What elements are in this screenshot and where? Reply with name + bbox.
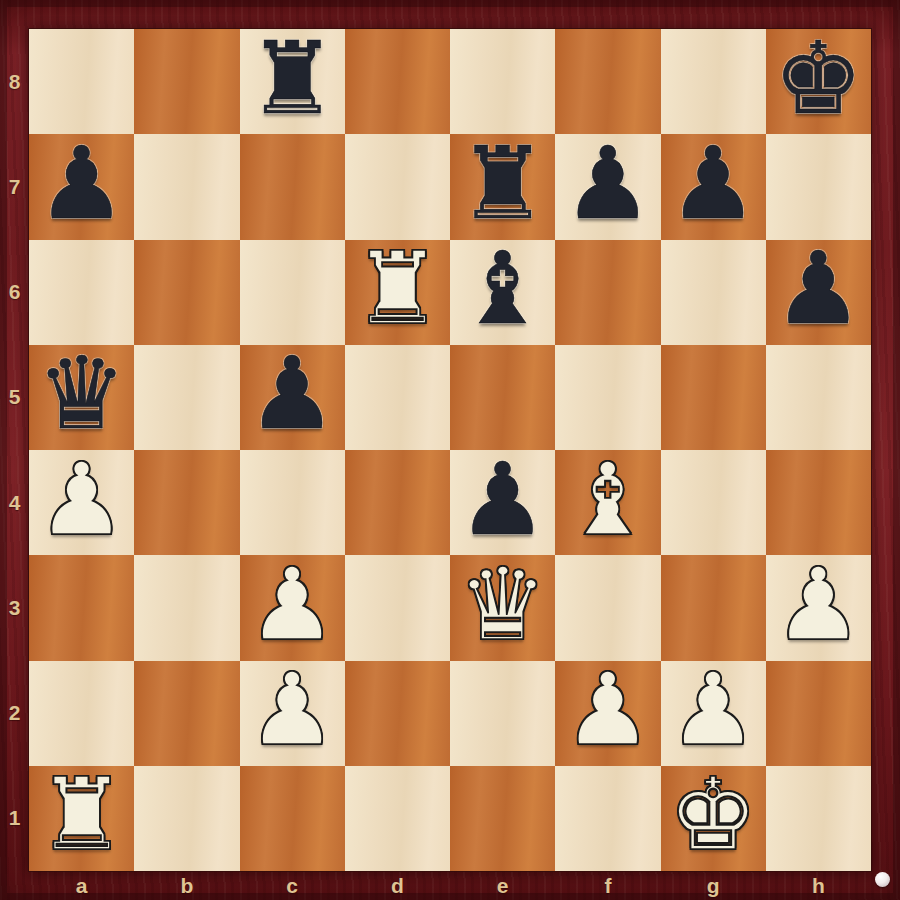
rank-label-6: 6 xyxy=(0,240,29,345)
piece-black-pawn-a7[interactable]: ♟ xyxy=(37,134,127,234)
rank-label-7: 7 xyxy=(0,134,29,239)
square-b7[interactable] xyxy=(134,134,239,239)
square-d8[interactable] xyxy=(345,29,450,134)
square-c8[interactable]: ♜ xyxy=(240,29,345,134)
square-d5[interactable] xyxy=(345,345,450,450)
square-f5[interactable] xyxy=(555,345,660,450)
square-e5[interactable] xyxy=(450,345,555,450)
file-label-b: b xyxy=(134,871,239,900)
piece-white-pawn-c3[interactable]: ♟ xyxy=(247,555,337,655)
piece-black-rook-e7[interactable]: ♜ xyxy=(458,134,548,234)
square-b2[interactable] xyxy=(134,661,239,766)
square-d4[interactable] xyxy=(345,450,450,555)
piece-white-king-g1[interactable]: ♚ xyxy=(668,766,758,866)
square-f8[interactable] xyxy=(555,29,660,134)
square-e8[interactable] xyxy=(450,29,555,134)
square-e6[interactable]: ♝ xyxy=(450,240,555,345)
piece-white-queen-e3[interactable]: ♛ xyxy=(458,555,548,655)
square-c4[interactable] xyxy=(240,450,345,555)
file-label-f: f xyxy=(555,871,660,900)
square-g7[interactable]: ♟ xyxy=(661,134,766,239)
square-d7[interactable] xyxy=(345,134,450,239)
square-b5[interactable] xyxy=(134,345,239,450)
piece-black-pawn-e4[interactable]: ♟ xyxy=(458,450,548,550)
square-a1[interactable]: ♜ xyxy=(29,766,134,871)
square-a5[interactable]: ♛ xyxy=(29,345,134,450)
square-f4[interactable]: ♝ xyxy=(555,450,660,555)
square-c5[interactable]: ♟ xyxy=(240,345,345,450)
file-label-c: c xyxy=(240,871,345,900)
rank-label-2: 2 xyxy=(0,661,29,766)
square-b3[interactable] xyxy=(134,555,239,660)
piece-white-pawn-f2[interactable]: ♟ xyxy=(563,661,653,761)
white-to-move-indicator xyxy=(875,872,890,887)
rank-label-5: 5 xyxy=(0,345,29,450)
piece-black-king-h8[interactable]: ♚ xyxy=(774,29,864,129)
square-a6[interactable] xyxy=(29,240,134,345)
square-g2[interactable]: ♟ xyxy=(661,661,766,766)
square-a8[interactable] xyxy=(29,29,134,134)
square-c7[interactable] xyxy=(240,134,345,239)
chess-board: ♜♚♟♜♟♟♜♝♟♛♟♟♟♝♟♛♟♟♟♟♜♚ xyxy=(29,29,871,871)
file-label-a: a xyxy=(29,871,134,900)
square-f3[interactable] xyxy=(555,555,660,660)
square-d1[interactable] xyxy=(345,766,450,871)
square-g8[interactable] xyxy=(661,29,766,134)
square-c1[interactable] xyxy=(240,766,345,871)
rank-label-3: 3 xyxy=(0,555,29,660)
square-g4[interactable] xyxy=(661,450,766,555)
square-f2[interactable]: ♟ xyxy=(555,661,660,766)
file-label-e: e xyxy=(450,871,555,900)
square-c3[interactable]: ♟ xyxy=(240,555,345,660)
square-g1[interactable]: ♚ xyxy=(661,766,766,871)
chess-board-frame: ♜♚♟♜♟♟♜♝♟♛♟♟♟♝♟♛♟♟♟♟♜♚ 87654321 abcdefgh xyxy=(0,0,900,900)
piece-black-rook-c8[interactable]: ♜ xyxy=(247,29,337,129)
square-c6[interactable] xyxy=(240,240,345,345)
file-label-d: d xyxy=(345,871,450,900)
square-b8[interactable] xyxy=(134,29,239,134)
piece-white-bishop-f4[interactable]: ♝ xyxy=(563,450,653,550)
rank-labels: 87654321 xyxy=(0,29,29,871)
piece-white-rook-d6[interactable]: ♜ xyxy=(353,240,443,340)
square-d3[interactable] xyxy=(345,555,450,660)
square-e3[interactable]: ♛ xyxy=(450,555,555,660)
piece-black-queen-a5[interactable]: ♛ xyxy=(37,345,127,445)
square-g3[interactable] xyxy=(661,555,766,660)
file-labels: abcdefgh xyxy=(29,871,871,900)
file-label-h: h xyxy=(766,871,871,900)
square-d6[interactable]: ♜ xyxy=(345,240,450,345)
square-d2[interactable] xyxy=(345,661,450,766)
rank-label-1: 1 xyxy=(0,766,29,871)
square-h6[interactable]: ♟ xyxy=(766,240,871,345)
square-f7[interactable]: ♟ xyxy=(555,134,660,239)
square-e7[interactable]: ♜ xyxy=(450,134,555,239)
piece-white-pawn-c2[interactable]: ♟ xyxy=(247,661,337,761)
piece-white-pawn-h3[interactable]: ♟ xyxy=(774,555,864,655)
square-e2[interactable] xyxy=(450,661,555,766)
square-b6[interactable] xyxy=(134,240,239,345)
square-h4[interactable] xyxy=(766,450,871,555)
rank-label-4: 4 xyxy=(0,450,29,555)
square-f6[interactable] xyxy=(555,240,660,345)
square-c2[interactable]: ♟ xyxy=(240,661,345,766)
piece-black-pawn-h6[interactable]: ♟ xyxy=(774,240,864,340)
square-h8[interactable]: ♚ xyxy=(766,29,871,134)
square-a4[interactable]: ♟ xyxy=(29,450,134,555)
piece-black-pawn-f7[interactable]: ♟ xyxy=(563,134,653,234)
square-e1[interactable] xyxy=(450,766,555,871)
piece-black-bishop-e6[interactable]: ♝ xyxy=(458,240,548,340)
square-a7[interactable]: ♟ xyxy=(29,134,134,239)
square-f1[interactable] xyxy=(555,766,660,871)
square-b1[interactable] xyxy=(134,766,239,871)
square-g5[interactable] xyxy=(661,345,766,450)
piece-black-pawn-g7[interactable]: ♟ xyxy=(668,134,758,234)
square-h7[interactable] xyxy=(766,134,871,239)
rank-label-8: 8 xyxy=(0,29,29,134)
square-h2[interactable] xyxy=(766,661,871,766)
piece-white-pawn-g2[interactable]: ♟ xyxy=(668,661,758,761)
square-e4[interactable]: ♟ xyxy=(450,450,555,555)
piece-white-pawn-a4[interactable]: ♟ xyxy=(37,450,127,550)
square-h1[interactable] xyxy=(766,766,871,871)
square-g6[interactable] xyxy=(661,240,766,345)
file-label-g: g xyxy=(661,871,766,900)
square-h3[interactable]: ♟ xyxy=(766,555,871,660)
square-b4[interactable] xyxy=(134,450,239,555)
square-h5[interactable] xyxy=(766,345,871,450)
square-a3[interactable] xyxy=(29,555,134,660)
piece-black-pawn-c5[interactable]: ♟ xyxy=(247,345,337,445)
piece-white-rook-a1[interactable]: ♜ xyxy=(37,766,127,866)
square-a2[interactable] xyxy=(29,661,134,766)
